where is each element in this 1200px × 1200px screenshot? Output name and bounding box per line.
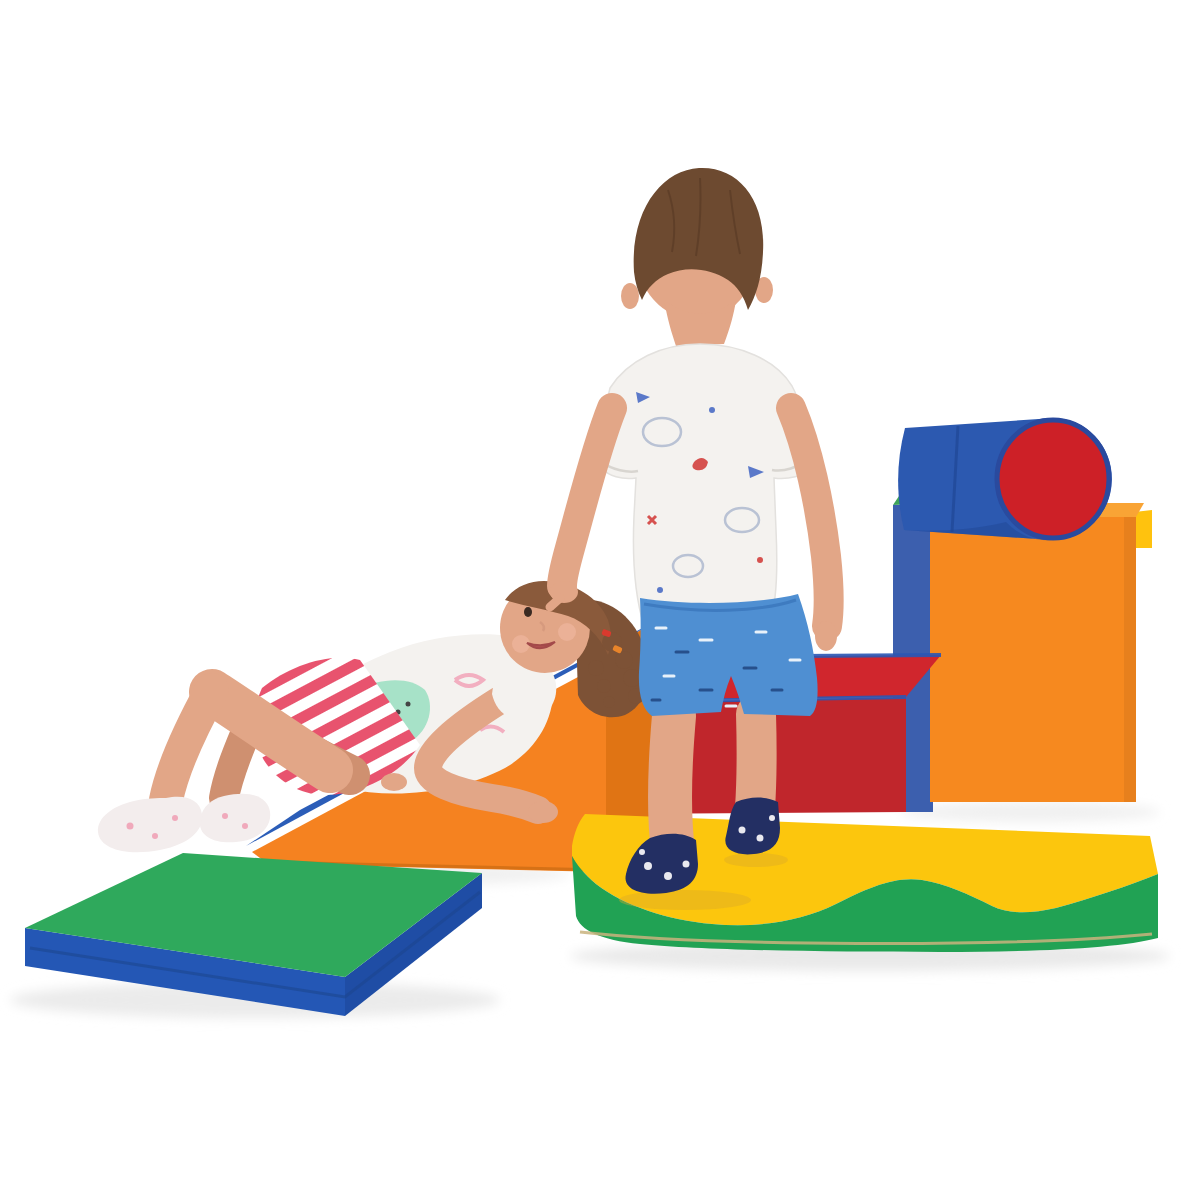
orange-column [930, 503, 1144, 802]
soft-play-scene [0, 0, 1200, 1200]
product-photo [0, 0, 1200, 1200]
girl-right-hand [528, 801, 558, 823]
boy-left-leg [670, 716, 674, 850]
cylinder-red-end [997, 420, 1109, 538]
boy-left-ear [621, 283, 639, 309]
boy-right-leg [755, 714, 757, 808]
boy-left-hand [815, 621, 837, 651]
foam-cylinder [898, 418, 1112, 540]
